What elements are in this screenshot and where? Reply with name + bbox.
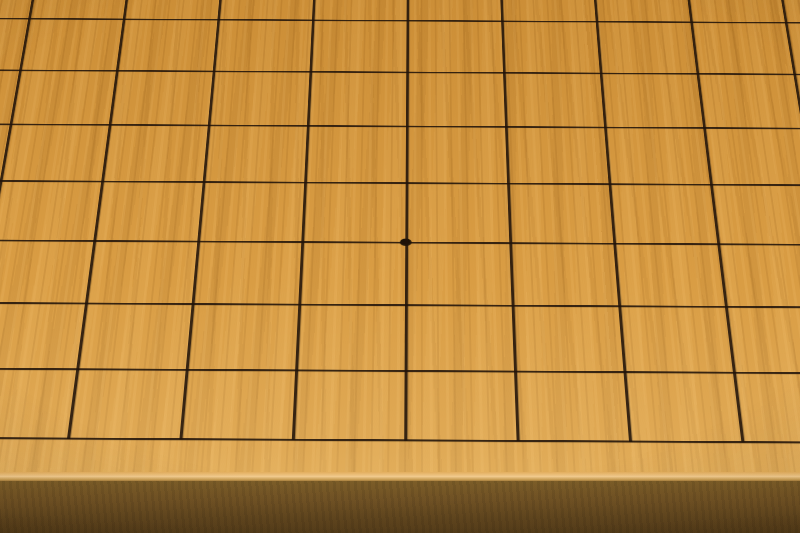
go-grid-plane [0, 0, 800, 481]
grid-line-horizontal [0, 122, 800, 131]
grid-line-horizontal [0, 300, 800, 310]
grid-line-vertical [0, 0, 59, 438]
grid-line-vertical [66, 0, 146, 439]
grid-line-vertical [404, 0, 410, 441]
grid-line-horizontal [0, 16, 800, 24]
board-top-surface [0, 0, 800, 481]
board-front-face [0, 481, 800, 533]
grid-line-horizontal [0, 435, 800, 445]
grid-line-vertical [757, 0, 800, 443]
grid-line-horizontal [0, 68, 800, 77]
grid-line-vertical [495, 0, 519, 441]
grid-line-horizontal [0, 178, 800, 187]
goban-photo [0, 0, 800, 533]
grid-line-vertical [291, 0, 322, 440]
grid-line-vertical [582, 0, 631, 442]
grid-line-vertical [179, 0, 234, 439]
grid-line-horizontal [0, 366, 800, 376]
grid-line-vertical [670, 0, 744, 442]
